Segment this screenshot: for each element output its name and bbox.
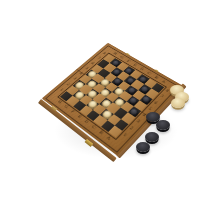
product-photo[interactable]: HGFEDCBA HGFEDCBA 87654321 87654321 xyxy=(0,0,200,200)
tray-piece-dark xyxy=(136,142,150,152)
checkers-board: HGFEDCBA HGFEDCBA 87654321 87654321 xyxy=(57,37,167,147)
tray-piece-light xyxy=(171,98,185,108)
tray-piece-dark xyxy=(156,120,170,130)
tray-piece-dark xyxy=(145,132,159,142)
